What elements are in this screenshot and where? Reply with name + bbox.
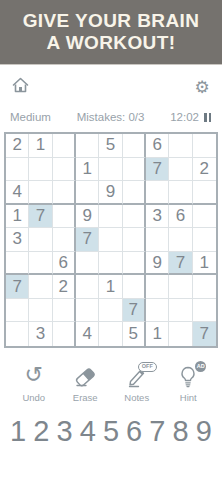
cell-r7c7[interactable] [146,275,169,299]
hint-button[interactable]: AD Hint [166,365,210,403]
numpad-8[interactable]: 8 [173,417,189,446]
cell-r7c6[interactable] [123,275,146,299]
cell-r6c7[interactable]: 9 [146,252,169,276]
cell-r7c3[interactable]: 2 [53,275,76,299]
home-button[interactable] [10,77,30,97]
cell-r8c9[interactable] [193,299,216,323]
cell-r2c2[interactable] [29,158,52,182]
cell-r9c8[interactable] [169,322,192,346]
cell-r9c2[interactable]: 3 [29,322,52,346]
numpad-1[interactable]: 1 [10,417,26,446]
cell-r1c3[interactable] [53,134,76,158]
banner-line2: A WORKOUT! [47,32,176,54]
cell-r8c1[interactable] [6,299,29,323]
cell-r1c5[interactable]: 5 [99,134,122,158]
undo-label: Undo [22,392,45,403]
cell-r9c6[interactable]: 5 [123,322,146,346]
cell-r4c9[interactable] [193,205,216,229]
difficulty-label[interactable]: Medium [10,111,51,123]
sudoku-grid: 21561724917936376971721734517 [4,132,218,348]
cell-r1c8[interactable] [169,134,192,158]
cell-r3c7[interactable] [146,181,169,205]
cell-r8c2[interactable] [29,299,52,323]
action-bar: ↺ Undo Erase OFF Notes [0,365,222,403]
cell-r9c9[interactable]: 7 [193,322,216,346]
mistakes-counter: Mistakes: 0/3 [77,111,145,123]
notes-button[interactable]: OFF Notes [115,365,159,403]
cell-r6c1[interactable] [6,252,29,276]
cell-r3c8[interactable] [169,181,192,205]
cell-r4c2[interactable]: 7 [29,205,52,229]
cell-r7c1[interactable]: 7 [6,275,29,299]
cell-r5c9[interactable] [193,228,216,252]
cell-r2c5[interactable] [99,158,122,182]
status-bar: Medium Mistakes: 0/3 12:02 [0,103,222,123]
cell-r2c3[interactable] [53,158,76,182]
numpad-4[interactable]: 4 [80,417,96,446]
erase-label: Erase [73,392,98,403]
gear-icon: ⚙ [194,79,209,96]
cell-r3c5[interactable]: 9 [99,181,122,205]
cell-r7c5[interactable]: 1 [99,275,122,299]
cell-r1c7[interactable]: 6 [146,134,169,158]
cell-r2c9[interactable]: 2 [193,158,216,182]
notes-off-badge: OFF [138,362,157,372]
numpad-2[interactable]: 2 [33,417,49,446]
cell-r8c7[interactable] [146,299,169,323]
cell-r6c6[interactable] [123,252,146,276]
cell-r6c4[interactable] [76,252,99,276]
numpad-5[interactable]: 5 [103,417,119,446]
cell-r4c3[interactable] [53,205,76,229]
cell-r4c6[interactable] [123,205,146,229]
cell-r8c3[interactable] [53,299,76,323]
timer-value: 12:02 [170,111,199,123]
undo-arrow-icon: ↺ [25,363,43,387]
cell-r8c4[interactable] [76,299,99,323]
cell-r6c5[interactable] [99,252,122,276]
cell-r7c2[interactable] [29,275,52,299]
cell-r8c5[interactable] [99,299,122,323]
cell-r7c9[interactable] [193,275,216,299]
cell-r8c6[interactable]: 7 [123,299,146,323]
cell-r1c2[interactable]: 1 [29,134,52,158]
cell-r7c4[interactable] [76,275,99,299]
cell-r4c7[interactable]: 3 [146,205,169,229]
erase-button[interactable]: Erase [63,365,107,403]
cell-r1c9[interactable] [193,134,216,158]
cell-r9c7[interactable]: 1 [146,322,169,346]
eraser-icon [73,365,97,389]
cell-r9c4[interactable]: 4 [76,322,99,346]
cell-r4c1[interactable]: 1 [6,205,29,229]
numpad-7[interactable]: 7 [149,417,165,446]
cell-r9c3[interactable] [53,322,76,346]
number-pad: 123456789 [0,417,222,446]
cell-r4c8[interactable]: 6 [169,205,192,229]
cell-r5c8[interactable] [169,228,192,252]
cell-r5c2[interactable] [29,228,52,252]
cell-r4c5[interactable] [99,205,122,229]
cell-r5c3[interactable] [53,228,76,252]
cell-r9c1[interactable] [6,322,29,346]
settings-button[interactable]: ⚙ [192,77,212,97]
cell-r6c2[interactable] [29,252,52,276]
cell-r6c8[interactable]: 7 [169,252,192,276]
cell-r2c8[interactable] [169,158,192,182]
notes-label: Notes [124,392,149,403]
cell-r7c8[interactable] [169,275,192,299]
banner-line1: GIVE YOUR BRAIN [23,10,200,32]
cell-r3c4[interactable] [76,181,99,205]
top-toolbar: ⚙ [0,65,222,103]
cell-r3c3[interactable] [53,181,76,205]
cell-r2c6[interactable] [123,158,146,182]
cell-r9c5[interactable] [99,322,122,346]
numpad-3[interactable]: 3 [56,417,72,446]
timer: 12:02 [170,111,212,123]
cell-r1c4[interactable] [76,134,99,158]
cell-r5c4[interactable]: 7 [76,228,99,252]
cell-r3c6[interactable] [123,181,146,205]
home-icon [12,77,29,97]
hint-ad-badge: AD [195,361,206,372]
cell-r3c1[interactable]: 4 [6,181,29,205]
cell-r2c7[interactable]: 7 [146,158,169,182]
undo-button[interactable]: ↺ Undo [12,365,56,403]
cell-r6c9[interactable]: 1 [193,252,216,276]
pause-button[interactable] [203,112,212,123]
cell-r4c4[interactable]: 9 [76,205,99,229]
numpad-6[interactable]: 6 [126,417,142,446]
numpad-9[interactable]: 9 [196,417,212,446]
cell-r2c1[interactable] [6,158,29,182]
cell-r2c4[interactable]: 1 [76,158,99,182]
cell-r5c1[interactable]: 3 [6,228,29,252]
hint-label: Hint [180,392,197,403]
cell-r1c1[interactable]: 2 [6,134,29,158]
cell-r6c3[interactable]: 6 [53,252,76,276]
cell-r3c2[interactable] [29,181,52,205]
cell-r5c5[interactable] [99,228,122,252]
promo-banner: GIVE YOUR BRAIN A WORKOUT! [0,0,222,65]
cell-r1c6[interactable] [123,134,146,158]
cell-r5c7[interactable] [146,228,169,252]
cell-r5c6[interactable] [123,228,146,252]
cell-r8c8[interactable] [169,299,192,323]
cell-r3c9[interactable] [193,181,216,205]
